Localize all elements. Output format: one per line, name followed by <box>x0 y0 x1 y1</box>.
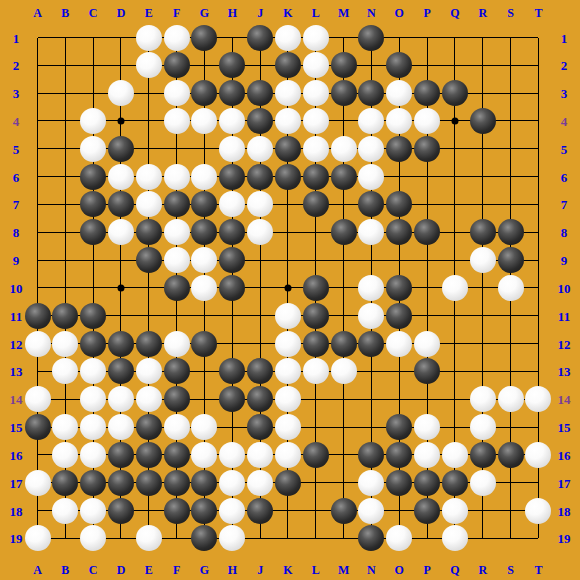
white-stone-N18[interactable] <box>358 498 384 524</box>
white-stone-B16[interactable] <box>52 442 78 468</box>
black-stone-F13[interactable] <box>164 358 190 384</box>
white-stone-R9[interactable] <box>470 247 496 273</box>
black-stone-E12[interactable] <box>136 331 162 357</box>
black-stone-J15[interactable] <box>247 414 273 440</box>
black-stone-H10[interactable] <box>219 275 245 301</box>
white-stone-F6[interactable] <box>164 164 190 190</box>
col-label-top-M[interactable]: M <box>338 7 349 19</box>
black-stone-J14[interactable] <box>247 386 273 412</box>
white-stone-D15[interactable] <box>108 414 134 440</box>
grid-line-vertical <box>343 38 344 539</box>
col-label-top-C[interactable]: C <box>89 7 98 19</box>
black-stone-C12[interactable] <box>80 331 106 357</box>
black-stone-M2[interactable] <box>331 52 357 78</box>
black-stone-Q3[interactable] <box>442 80 468 106</box>
black-stone-N19[interactable] <box>358 525 384 551</box>
row-label-left-10[interactable]: 10 <box>10 281 23 294</box>
black-stone-F2[interactable] <box>164 52 190 78</box>
row-label-left-2[interactable]: 2 <box>13 59 20 72</box>
white-stone-K11[interactable] <box>275 303 301 329</box>
white-stone-A17[interactable] <box>25 470 51 496</box>
col-label-top-K[interactable]: K <box>283 7 292 19</box>
row-label-right-6[interactable]: 6 <box>561 170 568 183</box>
white-stone-B12[interactable] <box>52 331 78 357</box>
white-stone-S14[interactable] <box>498 386 524 412</box>
white-stone-Q18[interactable] <box>442 498 468 524</box>
black-stone-G7[interactable] <box>191 191 217 217</box>
white-stone-H5[interactable] <box>219 136 245 162</box>
row-label-left-18[interactable]: 18 <box>10 504 23 517</box>
white-stone-J16[interactable] <box>247 442 273 468</box>
black-stone-M8[interactable] <box>331 219 357 245</box>
white-stone-B18[interactable] <box>52 498 78 524</box>
col-label-top-A[interactable]: A <box>33 7 42 19</box>
white-stone-C19[interactable] <box>80 525 106 551</box>
col-label-top-B[interactable]: B <box>61 7 69 19</box>
white-stone-J8[interactable] <box>247 219 273 245</box>
black-stone-R16[interactable] <box>470 442 496 468</box>
star-point-D4 <box>117 117 124 124</box>
black-stone-D5[interactable] <box>108 136 134 162</box>
white-stone-L4[interactable] <box>303 108 329 134</box>
white-stone-L3[interactable] <box>303 80 329 106</box>
black-stone-H8[interactable] <box>219 219 245 245</box>
white-stone-K13[interactable] <box>275 358 301 384</box>
white-stone-T14[interactable] <box>525 386 551 412</box>
black-stone-C17[interactable] <box>80 470 106 496</box>
black-stone-G3[interactable] <box>191 80 217 106</box>
row-label-right-16[interactable]: 16 <box>558 448 571 461</box>
black-stone-M12[interactable] <box>331 331 357 357</box>
black-stone-B11[interactable] <box>52 303 78 329</box>
white-stone-K16[interactable] <box>275 442 301 468</box>
black-stone-O8[interactable] <box>386 219 412 245</box>
white-stone-N5[interactable] <box>358 136 384 162</box>
black-stone-N3[interactable] <box>358 80 384 106</box>
white-stone-H18[interactable] <box>219 498 245 524</box>
black-stone-D18[interactable] <box>108 498 134 524</box>
black-stone-O17[interactable] <box>386 470 412 496</box>
black-stone-P5[interactable] <box>414 136 440 162</box>
white-stone-A12[interactable] <box>25 331 51 357</box>
white-stone-M5[interactable] <box>331 136 357 162</box>
row-label-left-8[interactable]: 8 <box>13 226 20 239</box>
black-stone-A11[interactable] <box>25 303 51 329</box>
col-label-top-Q[interactable]: Q <box>450 7 459 19</box>
row-label-left-9[interactable]: 9 <box>13 254 20 267</box>
black-stone-F14[interactable] <box>164 386 190 412</box>
black-stone-K5[interactable] <box>275 136 301 162</box>
black-stone-H14[interactable] <box>219 386 245 412</box>
col-label-bottom-J[interactable]: J <box>257 564 263 576</box>
star-point-Q4 <box>451 117 458 124</box>
white-stone-E13[interactable] <box>136 358 162 384</box>
row-label-right-3[interactable]: 3 <box>561 87 568 100</box>
col-label-top-T[interactable]: T <box>534 7 542 19</box>
row-label-left-13[interactable]: 13 <box>10 365 23 378</box>
row-label-right-1[interactable]: 1 <box>561 31 568 44</box>
black-stone-C6[interactable] <box>80 164 106 190</box>
black-stone-S16[interactable] <box>498 442 524 468</box>
white-stone-C5[interactable] <box>80 136 106 162</box>
white-stone-H4[interactable] <box>219 108 245 134</box>
black-stone-J3[interactable] <box>247 80 273 106</box>
col-label-bottom-B[interactable]: B <box>61 564 69 576</box>
white-stone-N10[interactable] <box>358 275 384 301</box>
black-stone-R4[interactable] <box>470 108 496 134</box>
black-stone-E9[interactable] <box>136 247 162 273</box>
black-stone-C11[interactable] <box>80 303 106 329</box>
row-label-left-15[interactable]: 15 <box>10 421 23 434</box>
white-stone-N11[interactable] <box>358 303 384 329</box>
white-stone-E2[interactable] <box>136 52 162 78</box>
black-stone-E8[interactable] <box>136 219 162 245</box>
col-label-bottom-H[interactable]: H <box>228 564 237 576</box>
white-stone-T16[interactable] <box>525 442 551 468</box>
white-stone-K3[interactable] <box>275 80 301 106</box>
black-stone-H6[interactable] <box>219 164 245 190</box>
col-label-bottom-M[interactable]: M <box>338 564 349 576</box>
black-stone-B17[interactable] <box>52 470 78 496</box>
white-stone-K4[interactable] <box>275 108 301 134</box>
white-stone-E6[interactable] <box>136 164 162 190</box>
white-stone-O3[interactable] <box>386 80 412 106</box>
white-stone-D8[interactable] <box>108 219 134 245</box>
black-stone-J6[interactable] <box>247 164 273 190</box>
col-label-bottom-A[interactable]: A <box>33 564 42 576</box>
black-stone-M6[interactable] <box>331 164 357 190</box>
row-label-left-3[interactable]: 3 <box>13 87 20 100</box>
row-label-left-7[interactable]: 7 <box>13 198 20 211</box>
white-stone-C15[interactable] <box>80 414 106 440</box>
white-stone-L2[interactable] <box>303 52 329 78</box>
black-stone-L12[interactable] <box>303 331 329 357</box>
white-stone-Q10[interactable] <box>442 275 468 301</box>
row-label-right-19[interactable]: 19 <box>558 532 571 545</box>
row-label-right-11[interactable]: 11 <box>558 309 570 322</box>
black-stone-F18[interactable] <box>164 498 190 524</box>
black-stone-G17[interactable] <box>191 470 217 496</box>
white-stone-A14[interactable] <box>25 386 51 412</box>
row-label-right-5[interactable]: 5 <box>561 142 568 155</box>
row-label-right-4[interactable]: 4 <box>561 114 568 127</box>
black-stone-F17[interactable] <box>164 470 190 496</box>
white-stone-F3[interactable] <box>164 80 190 106</box>
row-label-left-19[interactable]: 19 <box>10 532 23 545</box>
white-stone-H17[interactable] <box>219 470 245 496</box>
white-stone-D3[interactable] <box>108 80 134 106</box>
white-stone-C13[interactable] <box>80 358 106 384</box>
black-stone-J18[interactable] <box>247 498 273 524</box>
col-label-bottom-D[interactable]: D <box>117 564 126 576</box>
white-stone-G10[interactable] <box>191 275 217 301</box>
col-label-bottom-C[interactable]: C <box>89 564 98 576</box>
white-stone-C4[interactable] <box>80 108 106 134</box>
white-stone-K12[interactable] <box>275 331 301 357</box>
col-label-bottom-E[interactable]: E <box>145 564 153 576</box>
black-stone-L6[interactable] <box>303 164 329 190</box>
black-stone-P8[interactable] <box>414 219 440 245</box>
white-stone-L5[interactable] <box>303 136 329 162</box>
row-label-left-11[interactable]: 11 <box>10 309 22 322</box>
white-stone-Q19[interactable] <box>442 525 468 551</box>
black-stone-R8[interactable] <box>470 219 496 245</box>
white-stone-J5[interactable] <box>247 136 273 162</box>
col-label-top-L[interactable]: L <box>312 7 320 19</box>
black-stone-P13[interactable] <box>414 358 440 384</box>
row-label-right-15[interactable]: 15 <box>558 421 571 434</box>
col-label-bottom-N[interactable]: N <box>367 564 376 576</box>
black-stone-J1[interactable] <box>247 25 273 51</box>
row-label-right-10[interactable]: 10 <box>558 281 571 294</box>
white-stone-E19[interactable] <box>136 525 162 551</box>
white-stone-C16[interactable] <box>80 442 106 468</box>
white-stone-G6[interactable] <box>191 164 217 190</box>
black-stone-O10[interactable] <box>386 275 412 301</box>
black-stone-K2[interactable] <box>275 52 301 78</box>
row-label-left-12[interactable]: 12 <box>10 337 23 350</box>
white-stone-H19[interactable] <box>219 525 245 551</box>
white-stone-F4[interactable] <box>164 108 190 134</box>
go-board-screenshot: AABBCCDDEEFFGGHHJJKKLLMMNNOOPPQQRRSSTT11… <box>0 0 580 580</box>
black-stone-F7[interactable] <box>164 191 190 217</box>
black-stone-E16[interactable] <box>136 442 162 468</box>
white-stone-J17[interactable] <box>247 470 273 496</box>
black-stone-H13[interactable] <box>219 358 245 384</box>
col-label-top-R[interactable]: R <box>478 7 487 19</box>
row-label-right-7[interactable]: 7 <box>561 198 568 211</box>
white-stone-M13[interactable] <box>331 358 357 384</box>
row-label-right-2[interactable]: 2 <box>561 59 568 72</box>
black-stone-Q17[interactable] <box>442 470 468 496</box>
black-stone-E15[interactable] <box>136 414 162 440</box>
white-stone-S10[interactable] <box>498 275 524 301</box>
black-stone-L10[interactable] <box>303 275 329 301</box>
row-label-left-4[interactable]: 4 <box>13 114 20 127</box>
white-stone-J7[interactable] <box>247 191 273 217</box>
black-stone-N1[interactable] <box>358 25 384 51</box>
black-stone-S8[interactable] <box>498 219 524 245</box>
black-stone-H2[interactable] <box>219 52 245 78</box>
row-label-left-6[interactable]: 6 <box>13 170 20 183</box>
black-stone-G1[interactable] <box>191 25 217 51</box>
white-stone-K15[interactable] <box>275 414 301 440</box>
white-stone-O12[interactable] <box>386 331 412 357</box>
col-label-bottom-S[interactable]: S <box>507 564 514 576</box>
row-label-right-9[interactable]: 9 <box>561 254 568 267</box>
white-stone-F15[interactable] <box>164 414 190 440</box>
row-label-right-14[interactable]: 14 <box>558 393 571 406</box>
white-stone-F8[interactable] <box>164 219 190 245</box>
col-label-top-E[interactable]: E <box>145 7 153 19</box>
row-label-right-18[interactable]: 18 <box>558 504 571 517</box>
white-stone-E7[interactable] <box>136 191 162 217</box>
white-stone-L1[interactable] <box>303 25 329 51</box>
black-stone-G8[interactable] <box>191 219 217 245</box>
black-stone-F10[interactable] <box>164 275 190 301</box>
black-stone-O7[interactable] <box>386 191 412 217</box>
white-stone-B13[interactable] <box>52 358 78 384</box>
white-stone-C14[interactable] <box>80 386 106 412</box>
white-stone-N8[interactable] <box>358 219 384 245</box>
white-stone-F1[interactable] <box>164 25 190 51</box>
row-label-right-13[interactable]: 13 <box>558 365 571 378</box>
white-stone-E14[interactable] <box>136 386 162 412</box>
white-stone-H16[interactable] <box>219 442 245 468</box>
black-stone-G18[interactable] <box>191 498 217 524</box>
white-stone-K14[interactable] <box>275 386 301 412</box>
white-stone-P4[interactable] <box>414 108 440 134</box>
white-stone-D14[interactable] <box>108 386 134 412</box>
black-stone-D12[interactable] <box>108 331 134 357</box>
white-stone-F9[interactable] <box>164 247 190 273</box>
black-stone-O2[interactable] <box>386 52 412 78</box>
row-label-left-5[interactable]: 5 <box>13 142 20 155</box>
white-stone-N4[interactable] <box>358 108 384 134</box>
black-stone-K17[interactable] <box>275 470 301 496</box>
black-stone-N12[interactable] <box>358 331 384 357</box>
row-label-left-17[interactable]: 17 <box>10 476 23 489</box>
black-stone-D17[interactable] <box>108 470 134 496</box>
black-stone-P3[interactable] <box>414 80 440 106</box>
col-label-top-J[interactable]: J <box>257 7 263 19</box>
white-stone-B15[interactable] <box>52 414 78 440</box>
col-label-bottom-L[interactable]: L <box>312 564 320 576</box>
black-stone-D13[interactable] <box>108 358 134 384</box>
col-label-top-H[interactable]: H <box>228 7 237 19</box>
black-stone-J13[interactable] <box>247 358 273 384</box>
black-stone-L7[interactable] <box>303 191 329 217</box>
white-stone-O19[interactable] <box>386 525 412 551</box>
row-label-right-12[interactable]: 12 <box>558 337 571 350</box>
white-stone-P15[interactable] <box>414 414 440 440</box>
star-point-K10 <box>284 284 291 291</box>
black-stone-C8[interactable] <box>80 219 106 245</box>
black-stone-M18[interactable] <box>331 498 357 524</box>
black-stone-P18[interactable] <box>414 498 440 524</box>
col-label-bottom-O[interactable]: O <box>395 564 404 576</box>
black-stone-K6[interactable] <box>275 164 301 190</box>
black-stone-O11[interactable] <box>386 303 412 329</box>
black-stone-A15[interactable] <box>25 414 51 440</box>
white-stone-E1[interactable] <box>136 25 162 51</box>
black-stone-O16[interactable] <box>386 442 412 468</box>
white-stone-D6[interactable] <box>108 164 134 190</box>
col-label-top-F[interactable]: F <box>173 7 180 19</box>
row-label-right-8[interactable]: 8 <box>561 226 568 239</box>
col-label-bottom-T[interactable]: T <box>534 564 542 576</box>
black-stone-N7[interactable] <box>358 191 384 217</box>
col-label-bottom-Q[interactable]: Q <box>450 564 459 576</box>
row-label-left-16[interactable]: 16 <box>10 448 23 461</box>
white-stone-R14[interactable] <box>470 386 496 412</box>
black-stone-D7[interactable] <box>108 191 134 217</box>
black-stone-G19[interactable] <box>191 525 217 551</box>
row-label-left-1[interactable]: 1 <box>13 31 20 44</box>
col-label-top-S[interactable]: S <box>507 7 514 19</box>
white-stone-N17[interactable] <box>358 470 384 496</box>
white-stone-G15[interactable] <box>191 414 217 440</box>
white-stone-H7[interactable] <box>219 191 245 217</box>
white-stone-G4[interactable] <box>191 108 217 134</box>
black-stone-O15[interactable] <box>386 414 412 440</box>
white-stone-N6[interactable] <box>358 164 384 190</box>
black-stone-D16[interactable] <box>108 442 134 468</box>
black-stone-O5[interactable] <box>386 136 412 162</box>
white-stone-P16[interactable] <box>414 442 440 468</box>
white-stone-K1[interactable] <box>275 25 301 51</box>
white-stone-G9[interactable] <box>191 247 217 273</box>
white-stone-C18[interactable] <box>80 498 106 524</box>
white-stone-F12[interactable] <box>164 331 190 357</box>
row-label-left-14[interactable]: 14 <box>10 393 23 406</box>
black-stone-H3[interactable] <box>219 80 245 106</box>
col-label-bottom-P[interactable]: P <box>423 564 430 576</box>
black-stone-N16[interactable] <box>358 442 384 468</box>
black-stone-H9[interactable] <box>219 247 245 273</box>
col-label-bottom-G[interactable]: G <box>200 564 209 576</box>
black-stone-S9[interactable] <box>498 247 524 273</box>
black-stone-L16[interactable] <box>303 442 329 468</box>
col-label-bottom-R[interactable]: R <box>478 564 487 576</box>
white-stone-L13[interactable] <box>303 358 329 384</box>
black-stone-M3[interactable] <box>331 80 357 106</box>
col-label-bottom-K[interactable]: K <box>283 564 292 576</box>
white-stone-Q16[interactable] <box>442 442 468 468</box>
black-stone-L11[interactable] <box>303 303 329 329</box>
white-stone-G16[interactable] <box>191 442 217 468</box>
white-stone-R15[interactable] <box>470 414 496 440</box>
black-stone-C7[interactable] <box>80 191 106 217</box>
star-point-D10 <box>117 284 124 291</box>
col-label-top-P[interactable]: P <box>423 7 430 19</box>
col-label-top-N[interactable]: N <box>367 7 376 19</box>
white-stone-A19[interactable] <box>25 525 51 551</box>
col-label-top-D[interactable]: D <box>117 7 126 19</box>
black-stone-G12[interactable] <box>191 331 217 357</box>
black-stone-F16[interactable] <box>164 442 190 468</box>
row-label-right-17[interactable]: 17 <box>558 476 571 489</box>
white-stone-P12[interactable] <box>414 331 440 357</box>
black-stone-E17[interactable] <box>136 470 162 496</box>
black-stone-P17[interactable] <box>414 470 440 496</box>
white-stone-T18[interactable] <box>525 498 551 524</box>
white-stone-O4[interactable] <box>386 108 412 134</box>
white-stone-R17[interactable] <box>470 470 496 496</box>
col-label-top-O[interactable]: O <box>395 7 404 19</box>
black-stone-J4[interactable] <box>247 108 273 134</box>
col-label-top-G[interactable]: G <box>200 7 209 19</box>
col-label-bottom-F[interactable]: F <box>173 564 180 576</box>
